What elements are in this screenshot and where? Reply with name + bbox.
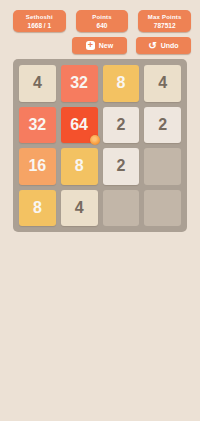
empty-cell	[144, 148, 181, 185]
score-bar: Sethoshi 1668 / 1 Points 640 Max Points …	[0, 0, 200, 32]
plus-icon: +	[86, 41, 95, 50]
board[interactable]: 43284326422168284	[13, 59, 187, 232]
undo-label: Undo	[161, 42, 179, 49]
tile-8: 8	[19, 190, 56, 227]
points-label: Points	[78, 14, 127, 20]
control-bar: + New ↺ Undo	[0, 32, 200, 54]
tile-2: 2	[144, 107, 181, 144]
undo-button[interactable]: ↺ Undo	[136, 37, 191, 54]
max-points-badge: Max Points 787512	[138, 10, 191, 32]
points-badge: Points 640	[76, 10, 129, 32]
tile-8: 8	[61, 148, 98, 185]
tile-2: 2	[103, 148, 140, 185]
app-screen: Sethoshi 1668 / 1 Points 640 Max Points …	[0, 0, 200, 421]
tile-64: 64	[61, 107, 98, 144]
tile-4: 4	[144, 65, 181, 102]
tile-32: 32	[19, 107, 56, 144]
undo-icon: ↺	[148, 41, 156, 51]
empty-cell	[103, 190, 140, 227]
new-game-button[interactable]: + New	[72, 37, 127, 54]
points-value: 640	[78, 22, 127, 29]
new-game-label: New	[99, 42, 113, 49]
player-label: Sethoshi	[15, 14, 64, 20]
tile-8: 8	[103, 65, 140, 102]
new-tile-badge	[90, 135, 100, 145]
player-badge: Sethoshi 1668 / 1	[13, 10, 66, 32]
player-value: 1668 / 1	[15, 22, 64, 29]
tile-32: 32	[61, 65, 98, 102]
max-points-label: Max Points	[140, 14, 189, 20]
max-points-value: 787512	[140, 22, 189, 29]
empty-cell	[144, 190, 181, 227]
tile-4: 4	[61, 190, 98, 227]
tile-4: 4	[19, 65, 56, 102]
tile-16: 16	[19, 148, 56, 185]
tile-2: 2	[103, 107, 140, 144]
